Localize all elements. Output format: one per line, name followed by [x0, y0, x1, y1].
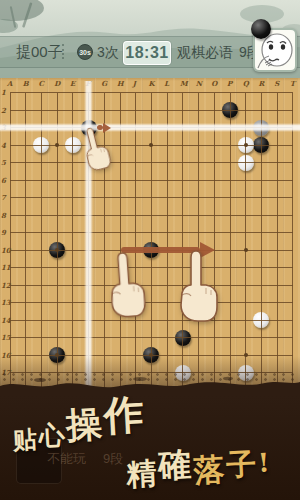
- coord-col-S: S: [274, 79, 279, 88]
- star-point-Q4: [244, 143, 248, 147]
- coord-col-K: K: [148, 79, 154, 88]
- coord-row-7: 7: [1, 193, 6, 202]
- app-screen: 提00子 30s 3次 18:31 观棋必语 9段 ABCDEFGHJKLMNO…: [0, 0, 300, 500]
- banner-char: 確: [157, 442, 192, 489]
- banner-char: 落: [192, 449, 225, 493]
- coord-col-Q: Q: [243, 79, 249, 88]
- coord-row-4: 4: [1, 141, 6, 150]
- banner-line2: 精確落子!: [125, 436, 273, 489]
- coord-row-5: 5: [1, 158, 6, 167]
- coord-row-11: 11: [1, 263, 11, 272]
- torn-edge: [0, 376, 300, 398]
- coord-col-A: A: [7, 79, 12, 88]
- coord-col-R: R: [259, 79, 265, 88]
- pointing-hand-M10: [175, 247, 219, 323]
- grid-line-h: [10, 302, 293, 303]
- banner-char: 子: [225, 444, 257, 487]
- coord-row-6: 6: [1, 176, 6, 185]
- coord-row-13: 13: [1, 298, 11, 307]
- grid-line-h: [10, 337, 293, 338]
- grid-line-h: [10, 162, 293, 163]
- pointing-hand-H10: [103, 246, 148, 323]
- grid-line-h: [10, 127, 293, 128]
- game-timer: 18:31: [123, 41, 171, 65]
- banner-char: 操: [65, 400, 104, 451]
- black-stone-icon: [251, 19, 271, 39]
- banner-char: !: [257, 447, 270, 478]
- banner-char: 精: [125, 453, 157, 496]
- grid-line-h: [10, 215, 293, 216]
- coord-col-E: E: [70, 79, 75, 88]
- coord-row-14: 14: [1, 316, 11, 325]
- grid-line-h: [10, 285, 293, 286]
- coord-col-J: J: [133, 79, 136, 88]
- player-name: 观棋必语: [177, 37, 233, 67]
- star-point-Q10: [244, 248, 248, 252]
- byoyomi-periods: 3次: [97, 37, 119, 67]
- coord-row-10: 10: [1, 246, 11, 255]
- grid-line-h: [10, 197, 293, 198]
- coord-col-G: G: [101, 79, 107, 88]
- grid-line-h: [10, 320, 293, 321]
- grid-line-h: [10, 110, 293, 111]
- grid-line-h: [10, 232, 293, 233]
- opponent-rank: 9段: [103, 450, 123, 468]
- grid-line-h: [10, 180, 293, 181]
- banner-char: 作: [102, 387, 145, 444]
- captures-count: 提00子: [16, 37, 63, 67]
- coord-col-H: H: [117, 79, 124, 88]
- coord-col-O: O: [211, 79, 217, 88]
- coord-col-M: M: [180, 79, 188, 88]
- grid-line-h: [10, 267, 293, 268]
- coord-col-B: B: [23, 79, 29, 88]
- banner-char: 贴: [12, 423, 38, 456]
- coord-col-N: N: [196, 79, 202, 88]
- coord-row-8: 8: [1, 211, 6, 220]
- coord-col-C: C: [38, 79, 44, 88]
- coord-row-12: 12: [1, 281, 11, 290]
- coord-row-3: 3: [1, 123, 6, 132]
- coord-row-1: 1: [1, 88, 6, 97]
- divider: [62, 44, 64, 59]
- coord-col-D: D: [54, 79, 60, 88]
- coord-row-2: 2: [1, 106, 6, 115]
- coord-col-T: T: [290, 79, 295, 88]
- byoyomi-clock-badge: 30s: [77, 44, 93, 60]
- coord-col-P: P: [227, 79, 232, 88]
- coord-col-F: F: [86, 79, 91, 88]
- grid-line-h: [10, 92, 293, 93]
- coord-col-L: L: [164, 79, 169, 88]
- banner-char: 心: [38, 418, 66, 454]
- coord-row-15: 15: [1, 333, 11, 342]
- coord-row-9: 9: [1, 228, 6, 237]
